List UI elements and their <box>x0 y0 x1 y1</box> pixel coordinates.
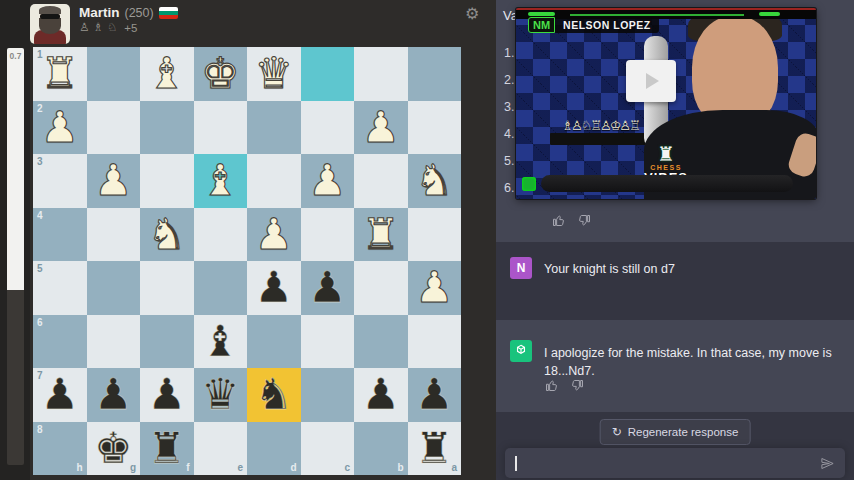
chess-board: 1♜♝♚♛2♟♟3♟♝♟♞4♞♟♜5♟♟♟6♝7♟♟♟♛♞♟♟8hg♚f♜edc… <box>33 47 461 475</box>
square-g8[interactable]: g♚ <box>87 422 141 476</box>
player-header: Martin (250) ♙ ♗ ♘ +5 <box>30 2 178 46</box>
white-queen-d1: ♛ <box>254 52 293 95</box>
square-d3[interactable] <box>247 154 301 208</box>
black-pawn-c5: ♟ <box>308 266 347 309</box>
square-e6[interactable]: ♝ <box>194 315 248 369</box>
avatar-hair <box>39 6 61 14</box>
rank-label: 2 <box>37 103 43 114</box>
file-label: b <box>397 462 403 473</box>
audio-meter-line <box>570 14 744 16</box>
square-h4[interactable]: 4 <box>33 208 87 262</box>
square-e7[interactable]: ♛ <box>194 368 248 422</box>
video-progress-bar <box>516 8 816 10</box>
green-status-icon <box>522 177 536 191</box>
black-rook-f8: ♜ <box>147 427 186 470</box>
audio-meter-left <box>528 12 555 16</box>
white-knight-f4: ♞ <box>147 213 186 256</box>
list-number: 2. <box>504 73 514 87</box>
square-a3[interactable]: ♞ <box>408 154 462 208</box>
white-pawn-c3: ♟ <box>308 159 347 202</box>
square-d4[interactable]: ♟ <box>247 208 301 262</box>
flag-stripe <box>159 15 178 19</box>
white-bishop-e3: ♝ <box>201 159 240 202</box>
streamer-name: NELSON LOPEZ <box>555 17 659 33</box>
thumbs-up-icon[interactable] <box>551 213 566 228</box>
black-knight-d7: ♞ <box>254 373 293 416</box>
list-number: 6. <box>504 181 514 195</box>
regenerate-label: Regenerate response <box>628 426 739 438</box>
file-label: e <box>237 462 243 473</box>
app-window: Martin (250) ♙ ♗ ♘ +5 ⚙ 0.7 1♜♝♚♛2♟♟3♟♝♟… <box>0 0 854 480</box>
assistant-message-row: I apologize for the mistake. In that cas… <box>496 320 854 412</box>
file-label: f <box>186 462 189 473</box>
black-pawn-d5: ♟ <box>254 266 293 309</box>
square-a7[interactable]: ♟ <box>408 368 462 422</box>
square-e5[interactable] <box>194 261 248 315</box>
square-d8[interactable]: d <box>247 422 301 476</box>
square-d1[interactable]: ♛ <box>247 47 301 101</box>
square-d5[interactable]: ♟ <box>247 261 301 315</box>
white-pawn-a5: ♟ <box>415 266 454 309</box>
rank-label: 1 <box>37 49 43 60</box>
file-label: g <box>130 462 136 473</box>
black-king-g8: ♚ <box>94 427 133 470</box>
square-f5[interactable] <box>140 261 194 315</box>
regenerate-icon: ↻ <box>612 425 622 439</box>
list-number: 4. <box>504 127 514 141</box>
file-label: c <box>344 462 350 473</box>
square-g5[interactable] <box>87 261 141 315</box>
white-rook-h1: ♜ <box>40 52 79 95</box>
square-a6[interactable] <box>408 315 462 369</box>
thumbs-down-icon[interactable] <box>570 378 585 393</box>
square-c4[interactable] <box>301 208 355 262</box>
rank-label: 8 <box>37 424 43 435</box>
square-g2[interactable] <box>87 101 141 155</box>
square-b7[interactable]: ♟ <box>354 368 408 422</box>
square-a4[interactable] <box>408 208 462 262</box>
file-label: a <box>451 462 457 473</box>
rank-label: 3 <box>37 156 43 167</box>
shelf-base <box>550 133 650 145</box>
square-e2[interactable] <box>194 101 248 155</box>
player-info: Martin (250) ♙ ♗ ♘ +5 <box>79 2 178 46</box>
send-icon[interactable] <box>820 456 835 471</box>
square-f2[interactable] <box>140 101 194 155</box>
square-g3[interactable]: ♟ <box>87 154 141 208</box>
chat-bottom-bar: ↻ Regenerate response <box>496 412 854 480</box>
material-count: +5 <box>124 22 137 34</box>
white-pawn-h2: ♟ <box>40 106 79 149</box>
title-badge: NM NELSON LOPEZ <box>528 17 659 33</box>
chess-pieces-shelf: ♗♙♘♖♙♔♙♖ <box>550 111 650 145</box>
square-e8[interactable]: e <box>194 422 248 476</box>
evaluation-bar-white: 0.7 <box>7 48 24 290</box>
square-e1[interactable]: ♚ <box>194 47 248 101</box>
square-c6[interactable] <box>301 315 355 369</box>
square-c2[interactable] <box>301 101 355 155</box>
rank-label: 6 <box>37 317 43 328</box>
square-b4[interactable]: ♜ <box>354 208 408 262</box>
square-h7[interactable]: 7♟ <box>33 368 87 422</box>
avatar-sunglasses <box>40 14 60 19</box>
black-rook-a8: ♜ <box>415 427 454 470</box>
chess-pane: Martin (250) ♙ ♗ ♘ +5 ⚙ 0.7 1♜♝♚♛2♟♟3♟♝♟… <box>0 0 496 480</box>
square-a5[interactable]: ♟ <box>408 261 462 315</box>
square-b8[interactable]: b <box>354 422 408 476</box>
black-pawn-g7: ♟ <box>94 373 133 416</box>
square-c3[interactable]: ♟ <box>301 154 355 208</box>
white-pawn-g3: ♟ <box>94 159 133 202</box>
user-message-text: Your knight is still on d7 <box>544 260 840 278</box>
assistant-message-text: I apologize for the mistake. In that cas… <box>544 344 840 380</box>
captured-piece-icons: ♙ ♗ ♘ <box>79 22 117 34</box>
user-avatar-letter: N <box>517 261 526 275</box>
white-knight-a3: ♞ <box>415 159 454 202</box>
square-e3[interactable]: ♝ <box>194 154 248 208</box>
square-c5[interactable]: ♟ <box>301 261 355 315</box>
square-b1[interactable] <box>354 47 408 101</box>
rank-label: 4 <box>37 210 43 221</box>
list-number: 3. <box>504 100 514 114</box>
square-f8[interactable]: f♜ <box>140 422 194 476</box>
shelf-pieces: ♗♙♘♖♙♔♙♖ <box>550 118 650 133</box>
captured-pieces: ♙ ♗ ♘ +5 <box>79 22 178 34</box>
square-g6[interactable] <box>87 315 141 369</box>
regenerate-response-button[interactable]: ↻ Regenerate response <box>600 419 751 445</box>
square-d7[interactable]: ♞ <box>247 368 301 422</box>
square-g1[interactable] <box>87 47 141 101</box>
square-c7[interactable] <box>301 368 355 422</box>
square-f6[interactable] <box>140 315 194 369</box>
video-bottom-bar <box>541 175 793 192</box>
square-h8[interactable]: 8h <box>33 422 87 476</box>
user-message-row: N Your knight is still on d7 <box>496 242 854 320</box>
square-b3[interactable] <box>354 154 408 208</box>
white-bishop-f1: ♝ <box>147 52 186 95</box>
square-f3[interactable] <box>140 154 194 208</box>
nm-title: NM <box>528 17 555 33</box>
white-rook-b4: ♜ <box>361 213 400 256</box>
square-b6[interactable] <box>354 315 408 369</box>
square-a8[interactable]: a♜ <box>408 422 462 476</box>
avatar-beard <box>39 18 61 34</box>
thumbs-up-icon[interactable] <box>544 378 559 393</box>
square-e4[interactable] <box>194 208 248 262</box>
white-king-e1: ♚ <box>201 52 240 95</box>
black-pawn-h7: ♟ <box>40 373 79 416</box>
black-pawn-b7: ♟ <box>361 373 400 416</box>
square-c8[interactable]: c <box>301 422 355 476</box>
feedback-buttons <box>544 378 585 393</box>
square-f4[interactable]: ♞ <box>140 208 194 262</box>
feedback-buttons <box>551 213 592 228</box>
chat-input[interactable] <box>505 448 845 478</box>
square-h1[interactable]: 1♜ <box>33 47 87 101</box>
black-bishop-e6: ♝ <box>201 320 240 363</box>
player-name[interactable]: Martin <box>79 5 120 20</box>
square-h2[interactable]: 2♟ <box>33 101 87 155</box>
square-b5[interactable] <box>354 261 408 315</box>
square-b2[interactable]: ♟ <box>354 101 408 155</box>
avatar[interactable] <box>30 4 70 44</box>
square-f7[interactable]: ♟ <box>140 368 194 422</box>
play-triangle-icon <box>646 73 659 89</box>
rank-label: 7 <box>37 370 43 381</box>
square-a1[interactable] <box>408 47 462 101</box>
thumbs-down-icon[interactable] <box>577 213 592 228</box>
square-h5[interactable]: 5 <box>33 261 87 315</box>
text-cursor <box>515 456 517 471</box>
black-queen-e7: ♛ <box>201 373 240 416</box>
chatgpt-logo-icon <box>510 340 532 362</box>
black-pawn-a7: ♟ <box>415 373 454 416</box>
white-pawn-b2: ♟ <box>361 106 400 149</box>
rank-label: 5 <box>37 263 43 274</box>
square-d6[interactable] <box>247 315 301 369</box>
square-a2[interactable] <box>408 101 462 155</box>
square-d2[interactable] <box>247 101 301 155</box>
square-g4[interactable] <box>87 208 141 262</box>
bulgaria-flag-icon <box>159 7 178 19</box>
square-h3[interactable]: 3 <box>33 154 87 208</box>
square-f1[interactable]: ♝ <box>140 47 194 101</box>
square-h6[interactable]: 6 <box>33 315 87 369</box>
file-label: d <box>290 462 296 473</box>
list-number: 1. <box>504 46 514 60</box>
list-number: 5. <box>504 154 514 168</box>
youtube-play-button-award <box>626 60 676 102</box>
evaluation-bar: 0.7 <box>7 48 24 465</box>
user-avatar: N <box>510 257 532 279</box>
webcam-video-overlay[interactable]: ♗♙♘♖♙♔♙♖ NM NELSON LOPEZ ♜ CHESS VIBES <box>516 8 816 199</box>
audio-meter-right <box>759 12 780 16</box>
black-pawn-f7: ♟ <box>147 373 186 416</box>
evaluation-value: 0.7 <box>7 51 24 61</box>
settings-gear-icon[interactable]: ⚙ <box>465 4 479 23</box>
square-c1[interactable] <box>301 47 355 101</box>
square-g7[interactable]: ♟ <box>87 368 141 422</box>
white-pawn-d4: ♟ <box>254 213 293 256</box>
player-rating: (250) <box>125 6 154 20</box>
file-label: h <box>76 462 82 473</box>
logo-rook-icon: ♜ <box>644 144 688 164</box>
